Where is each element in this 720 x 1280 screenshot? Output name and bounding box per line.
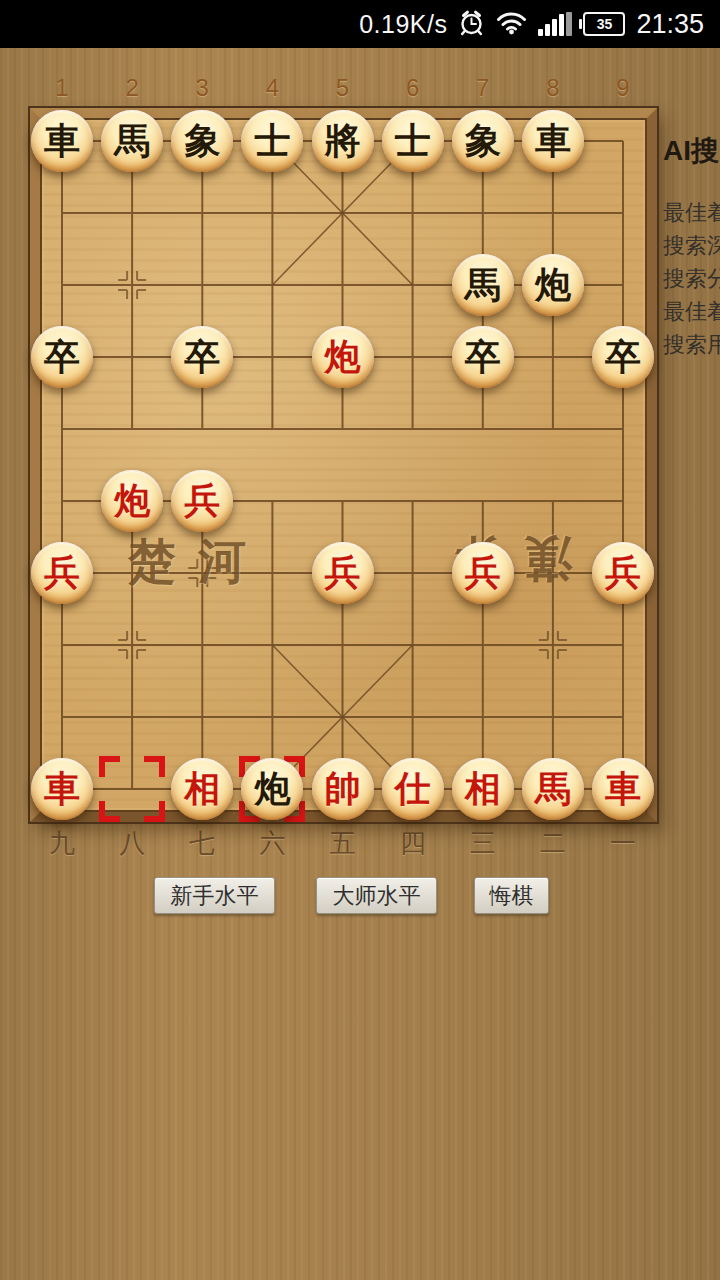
top-col-label-6: 6	[393, 74, 433, 102]
network-speed-text: 0.19K/s	[359, 10, 447, 39]
status-bar: 0.19K/s	[0, 0, 720, 48]
piece-black-士[interactable]: 士	[241, 110, 303, 172]
undo-move-button[interactable]: 悔棋	[474, 877, 549, 914]
piece-black-馬[interactable]: 馬	[452, 254, 514, 316]
piece-red-兵[interactable]: 兵	[592, 542, 654, 604]
piece-red-兵[interactable]: 兵	[452, 542, 514, 604]
bottom-col-label-四: 四	[393, 826, 433, 861]
ai-search-panel-items: 最佳着搜索深搜索分最佳着搜索用	[663, 196, 720, 361]
xiangqi-app-screen: 0.19K/s	[0, 0, 720, 1280]
piece-black-炮[interactable]: 炮	[241, 758, 303, 820]
top-col-label-7: 7	[463, 74, 503, 102]
piece-red-兵[interactable]: 兵	[171, 470, 233, 532]
piece-red-帥[interactable]: 帥	[312, 758, 374, 820]
piece-black-卒[interactable]: 卒	[592, 326, 654, 388]
piece-red-炮[interactable]: 炮	[312, 326, 374, 388]
bottom-col-label-八: 八	[112, 826, 152, 861]
top-col-label-2: 2	[112, 74, 152, 102]
ai-panel-item-1: 搜索深	[663, 229, 720, 262]
ai-panel-item-2: 搜索分	[663, 262, 720, 295]
piece-black-卒[interactable]: 卒	[452, 326, 514, 388]
piece-black-車[interactable]: 車	[31, 110, 93, 172]
piece-black-象[interactable]: 象	[452, 110, 514, 172]
ai-panel-item-4: 搜索用	[663, 328, 720, 361]
piece-black-馬[interactable]: 馬	[101, 110, 163, 172]
wifi-icon	[496, 9, 527, 39]
piece-red-仕[interactable]: 仕	[382, 758, 444, 820]
bottom-col-label-二: 二	[533, 826, 573, 861]
signal-strength-icon	[538, 12, 572, 36]
last-move-marker	[99, 756, 165, 822]
piece-black-卒[interactable]: 卒	[171, 326, 233, 388]
piece-red-炮[interactable]: 炮	[101, 470, 163, 532]
piece-black-車[interactable]: 車	[522, 110, 584, 172]
piece-red-相[interactable]: 相	[171, 758, 233, 820]
piece-black-士[interactable]: 士	[382, 110, 444, 172]
alarm-icon	[458, 9, 485, 40]
master-level-button[interactable]: 大师水平	[316, 877, 437, 914]
top-col-label-9: 9	[603, 74, 643, 102]
piece-red-兵[interactable]: 兵	[312, 542, 374, 604]
piece-black-卒[interactable]: 卒	[31, 326, 93, 388]
bottom-col-label-六: 六	[252, 826, 292, 861]
top-col-label-5: 5	[323, 74, 363, 102]
status-bar-right-cluster: 0.19K/s	[359, 0, 704, 48]
battery-icon: 35	[583, 12, 625, 36]
piece-red-兵[interactable]: 兵	[31, 542, 93, 604]
novice-level-button[interactable]: 新手水平	[154, 877, 275, 914]
ai-panel-item-0: 最佳着	[663, 196, 720, 229]
piece-red-馬[interactable]: 馬	[522, 758, 584, 820]
top-col-label-4: 4	[252, 74, 292, 102]
bottom-col-label-三: 三	[463, 826, 503, 861]
top-col-label-1: 1	[42, 74, 82, 102]
piece-red-車[interactable]: 車	[592, 758, 654, 820]
top-col-label-3: 3	[182, 74, 222, 102]
top-col-label-8: 8	[533, 74, 573, 102]
board-grid-lines	[40, 118, 647, 812]
bottom-col-label-七: 七	[182, 826, 222, 861]
piece-black-炮[interactable]: 炮	[522, 254, 584, 316]
clock-text: 21:35	[636, 9, 704, 40]
river-label-chu-he: 楚河	[128, 530, 268, 594]
battery-level-text: 35	[597, 16, 613, 32]
bottom-col-label-九: 九	[42, 826, 82, 861]
ai-panel-item-3: 最佳着	[663, 295, 720, 328]
piece-black-象[interactable]: 象	[171, 110, 233, 172]
ai-search-panel-title: AI搜	[663, 132, 719, 170]
bottom-col-label-五: 五	[323, 826, 363, 861]
bottom-col-label-一: 一	[603, 826, 643, 861]
piece-black-將[interactable]: 將	[312, 110, 374, 172]
xiangqi-board[interactable]: 楚河 漢界	[30, 108, 657, 822]
piece-red-相[interactable]: 相	[452, 758, 514, 820]
piece-red-車[interactable]: 車	[31, 758, 93, 820]
